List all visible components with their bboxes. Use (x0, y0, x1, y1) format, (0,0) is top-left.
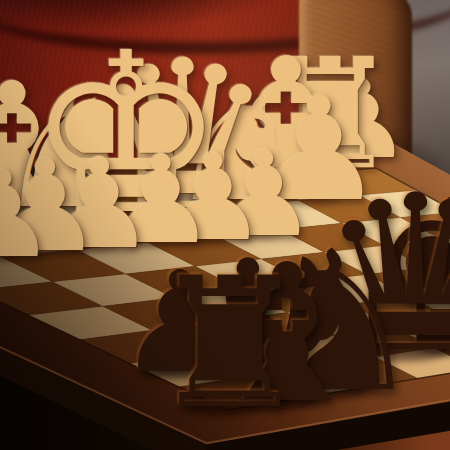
pieces-layer: ♟♜♝♟♞♝♞♛♚♟♟♟♟♟♟♚♛♟♟♞♝♜ (0, 0, 450, 450)
chess-photo-scene: ♟♜♝♟♞♝♞♛♚♟♟♟♟♟♟♚♛♟♟♞♝♜ (0, 0, 450, 450)
white-pawn-h2: ♟ (0, 155, 56, 275)
black-rook-h8: ♜ (149, 254, 310, 434)
